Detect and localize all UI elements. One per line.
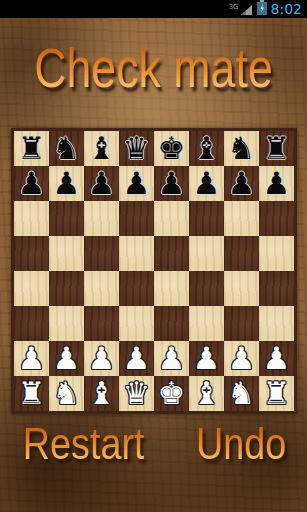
black-pawn: ♟ [193,166,221,201]
white-queen: ♛ [123,376,151,411]
square-f8[interactable]: ♝ [189,131,224,166]
white-king: ♚ [158,376,186,411]
black-pawn: ♟ [263,166,291,201]
square-h1[interactable]: ♜ [259,376,294,411]
square-h2[interactable]: ♟ [259,341,294,376]
app-title: Check mate [21,36,285,101]
square-e3[interactable] [154,306,189,341]
undo-button[interactable]: Undo [196,419,286,469]
square-b1[interactable]: ♞ [49,376,84,411]
square-b5[interactable] [49,236,84,271]
square-g5[interactable] [224,236,259,271]
button-row: Restart Undo [0,420,307,468]
black-pawn: ♟ [228,166,256,201]
square-h7[interactable]: ♟ [259,166,294,201]
square-f7[interactable]: ♟ [189,166,224,201]
black-pawn: ♟ [158,166,186,201]
status-bar: 3G 8:02 [0,0,307,18]
square-a2[interactable]: ♟ [14,341,49,376]
square-a7[interactable]: ♟ [14,166,49,201]
square-f4[interactable] [189,271,224,306]
white-rook: ♜ [18,376,46,411]
square-d2[interactable]: ♟ [119,341,154,376]
square-f2[interactable]: ♟ [189,341,224,376]
square-d5[interactable] [119,236,154,271]
black-pawn: ♟ [123,166,151,201]
square-c4[interactable] [84,271,119,306]
square-f6[interactable] [189,201,224,236]
square-d1[interactable]: ♛ [119,376,154,411]
network-type-label: 3G [229,4,239,11]
square-h3[interactable] [259,306,294,341]
square-d8[interactable]: ♛ [119,131,154,166]
square-e5[interactable] [154,236,189,271]
white-pawn: ♟ [193,341,221,376]
white-knight: ♞ [228,376,256,411]
square-f5[interactable] [189,236,224,271]
square-b8[interactable]: ♞ [49,131,84,166]
square-a4[interactable] [14,271,49,306]
square-c5[interactable] [84,236,119,271]
square-g4[interactable] [224,271,259,306]
black-knight: ♞ [53,131,81,166]
square-e1[interactable]: ♚ [154,376,189,411]
square-e6[interactable] [154,201,189,236]
square-g7[interactable]: ♟ [224,166,259,201]
square-c7[interactable]: ♟ [84,166,119,201]
square-a1[interactable]: ♜ [14,376,49,411]
square-e4[interactable] [154,271,189,306]
white-bishop: ♝ [193,376,221,411]
white-pawn: ♟ [228,341,256,376]
white-pawn: ♟ [18,341,46,376]
black-pawn: ♟ [18,166,46,201]
white-bishop: ♝ [88,376,116,411]
square-g2[interactable]: ♟ [224,341,259,376]
black-queen: ♛ [123,131,151,166]
white-pawn: ♟ [123,341,151,376]
square-f1[interactable]: ♝ [189,376,224,411]
white-pawn: ♟ [53,341,81,376]
square-b2[interactable]: ♟ [49,341,84,376]
signal-strength-icon: 3G [229,3,253,16]
black-bishop: ♝ [193,131,221,166]
square-g3[interactable] [224,306,259,341]
clock-time: 8:02 [271,0,302,18]
battery-charging-icon [257,0,267,19]
app-screen: 3G 8:02 Check mate ♜♞♝♛♚♝♞♜♟♟♟♟♟♟♟♟♟♟♟♟♟… [0,0,307,512]
black-rook: ♜ [18,131,46,166]
square-d3[interactable] [119,306,154,341]
chess-board[interactable]: ♜♞♝♛♚♝♞♜♟♟♟♟♟♟♟♟♟♟♟♟♟♟♟♟♜♞♝♛♚♝♞♜ [11,128,297,414]
square-a8[interactable]: ♜ [14,131,49,166]
square-e7[interactable]: ♟ [154,166,189,201]
square-c6[interactable] [84,201,119,236]
square-h5[interactable] [259,236,294,271]
white-knight: ♞ [53,376,81,411]
square-a3[interactable] [14,306,49,341]
square-a5[interactable] [14,236,49,271]
square-e2[interactable]: ♟ [154,341,189,376]
black-knight: ♞ [228,131,256,166]
square-a6[interactable] [14,201,49,236]
black-king: ♚ [158,131,186,166]
square-c2[interactable]: ♟ [84,341,119,376]
square-d7[interactable]: ♟ [119,166,154,201]
white-pawn: ♟ [88,341,116,376]
white-rook: ♜ [263,376,291,411]
square-c8[interactable]: ♝ [84,131,119,166]
black-rook: ♜ [263,131,291,166]
black-pawn: ♟ [88,166,116,201]
square-d4[interactable] [119,271,154,306]
square-g1[interactable]: ♞ [224,376,259,411]
square-f3[interactable] [189,306,224,341]
square-e8[interactable]: ♚ [154,131,189,166]
square-b6[interactable] [49,201,84,236]
white-pawn: ♟ [158,341,186,376]
square-d6[interactable] [119,201,154,236]
square-g8[interactable]: ♞ [224,131,259,166]
square-h4[interactable] [259,271,294,306]
square-g6[interactable] [224,201,259,236]
white-pawn: ♟ [263,341,291,376]
black-pawn: ♟ [53,166,81,201]
square-c3[interactable] [84,306,119,341]
square-b4[interactable] [49,271,84,306]
restart-button[interactable]: Restart [23,419,145,469]
black-bishop: ♝ [88,131,116,166]
square-h8[interactable]: ♜ [259,131,294,166]
square-b7[interactable]: ♟ [49,166,84,201]
square-h6[interactable] [259,201,294,236]
square-c1[interactable]: ♝ [84,376,119,411]
square-b3[interactable] [49,306,84,341]
